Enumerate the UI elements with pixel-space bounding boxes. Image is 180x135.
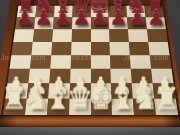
piece-black-pawn[interactable]: ♟	[109, 8, 127, 29]
piece-black-pawn[interactable]: ♟	[90, 8, 108, 29]
square-e5[interactable]	[90, 42, 110, 55]
square-g7[interactable]: ♟	[127, 17, 147, 29]
square-b7[interactable]: ♟	[33, 17, 53, 29]
square-e7[interactable]: ♟	[90, 17, 109, 29]
square-f5[interactable]	[109, 42, 129, 55]
square-c5[interactable]	[50, 42, 70, 55]
square-a5[interactable]	[11, 42, 32, 55]
piece-black-pawn[interactable]: ♟	[71, 8, 89, 29]
square-b5[interactable]	[31, 42, 52, 55]
square-f6[interactable]	[109, 29, 129, 42]
square-a4[interactable]	[9, 55, 31, 69]
square-c1[interactable]: ♝	[46, 99, 68, 115]
board-front-edge	[0, 115, 180, 127]
square-g4[interactable]	[130, 55, 151, 69]
square-h5[interactable]	[148, 42, 169, 55]
square-g5[interactable]	[129, 42, 150, 55]
square-e4[interactable]	[90, 55, 110, 69]
square-d4[interactable]	[70, 55, 90, 69]
square-c6[interactable]	[51, 29, 71, 42]
square-f7[interactable]: ♟	[108, 17, 127, 29]
square-c7[interactable]: ♟	[52, 17, 71, 29]
square-g6[interactable]	[128, 29, 148, 42]
square-h1[interactable]: ♜	[154, 99, 178, 115]
square-h7[interactable]: ♟	[145, 17, 165, 29]
piece-white-rook[interactable]: ♜	[153, 84, 180, 114]
square-d6[interactable]	[71, 29, 90, 42]
square-b4[interactable]	[29, 55, 50, 69]
square-g1[interactable]: ♞	[133, 99, 156, 115]
square-e6[interactable]	[90, 29, 109, 42]
square-h6[interactable]	[147, 29, 168, 42]
game-screenshot: ♜♞♝♛♚♝♞♜♟♟♟♟♟♟♟♟♟♟♟♟♟♟♟♟♜♞♝♛♚♝♞♜ Jeuxcli…	[0, 0, 180, 135]
square-b6[interactable]	[32, 29, 52, 42]
piece-black-pawn[interactable]: ♟	[147, 8, 165, 29]
piece-black-pawn[interactable]: ♟	[15, 8, 33, 29]
piece-black-pawn[interactable]: ♟	[34, 8, 52, 29]
square-a7[interactable]: ♟	[15, 17, 35, 29]
chess-board[interactable]: ♜♞♝♛♚♝♞♜♟♟♟♟♟♟♟♟♟♟♟♟♟♟♟♟♜♞♝♛♚♝♞♜	[3, 6, 178, 115]
square-a6[interactable]	[13, 29, 34, 42]
square-f1[interactable]: ♝	[111, 99, 133, 115]
square-h4[interactable]	[149, 55, 171, 69]
table-surface	[0, 127, 180, 135]
square-f4[interactable]	[110, 55, 131, 69]
square-d5[interactable]	[70, 42, 90, 55]
piece-black-pawn[interactable]: ♟	[53, 8, 71, 29]
square-c4[interactable]	[50, 55, 71, 69]
piece-black-pawn[interactable]: ♟	[128, 8, 146, 29]
square-d7[interactable]: ♟	[71, 17, 90, 29]
